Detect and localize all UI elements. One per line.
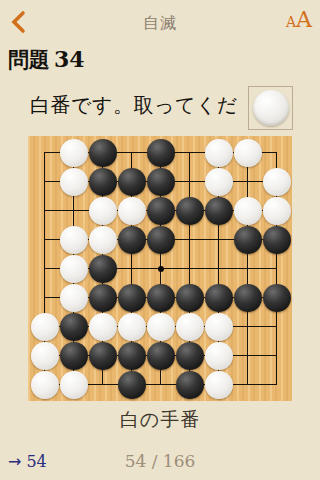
- intersection-r8c4[interactable]: [146, 370, 175, 399]
- intersection-r0c8[interactable]: [262, 138, 291, 167]
- intersection-r3c6[interactable]: [204, 225, 233, 254]
- black-stone: [89, 255, 117, 283]
- black-stone: [234, 226, 262, 254]
- intersection-r2c0[interactable]: [30, 196, 59, 225]
- intersection-r1c1[interactable]: [59, 167, 88, 196]
- black-stone: [176, 197, 204, 225]
- intersection-r2c1[interactable]: [59, 196, 88, 225]
- intersection-r7c8[interactable]: [262, 341, 291, 370]
- problem-heading: 問題34: [8, 46, 85, 74]
- intersection-r4c2[interactable]: [88, 254, 117, 283]
- white-stone: [89, 226, 117, 254]
- intersection-r8c6[interactable]: [204, 370, 233, 399]
- intersection-r7c1[interactable]: [59, 341, 88, 370]
- white-stone: [205, 342, 233, 370]
- intersection-r4c8[interactable]: [262, 254, 291, 283]
- white-stone: [205, 313, 233, 341]
- intersection-r4c1[interactable]: [59, 254, 88, 283]
- intersection-r4c0[interactable]: [30, 254, 59, 283]
- intersection-r0c1[interactable]: [59, 138, 88, 167]
- white-stone: [176, 313, 204, 341]
- black-stone: [234, 284, 262, 312]
- intersection-r6c3[interactable]: [117, 312, 146, 341]
- intersection-r6c5[interactable]: [175, 312, 204, 341]
- intersection-r5c8[interactable]: [262, 283, 291, 312]
- intersection-r0c2[interactable]: [88, 138, 117, 167]
- intersection-r7c5[interactable]: [175, 341, 204, 370]
- white-stone: [118, 313, 146, 341]
- white-stone: [205, 371, 233, 399]
- black-stone: [118, 371, 146, 399]
- white-stone: [31, 313, 59, 341]
- intersection-r2c2[interactable]: [88, 196, 117, 225]
- intersection-r5c0[interactable]: [30, 283, 59, 312]
- black-stone: [118, 226, 146, 254]
- black-stone: [205, 197, 233, 225]
- intersection-r5c3[interactable]: [117, 283, 146, 312]
- white-stone: [60, 168, 88, 196]
- font-size-small-a: A: [286, 14, 296, 30]
- font-size-large-a: A: [296, 7, 312, 32]
- white-stone: [89, 313, 117, 341]
- black-stone: [60, 342, 88, 370]
- problem-label: 問題: [8, 48, 50, 72]
- page-title: 自滅: [0, 13, 320, 34]
- intersection-r1c8[interactable]: [262, 167, 291, 196]
- screen: 自滅 AA 問題34 白番です。取ってくだ 白の手番 →54 54 / 166: [0, 0, 320, 480]
- intersection-r3c2[interactable]: [88, 225, 117, 254]
- white-stone: [234, 139, 262, 167]
- white-stone: [60, 371, 88, 399]
- black-stone: [118, 284, 146, 312]
- intersection-r7c3[interactable]: [117, 341, 146, 370]
- intersection-r8c0[interactable]: [30, 370, 59, 399]
- intersection-r8c8[interactable]: [262, 370, 291, 399]
- intersection-r4c3[interactable]: [117, 254, 146, 283]
- intersection-r2c3[interactable]: [117, 196, 146, 225]
- go-board-grid: [30, 138, 291, 399]
- intersection-r3c1[interactable]: [59, 225, 88, 254]
- intersection-r7c4[interactable]: [146, 341, 175, 370]
- intersection-r4c7[interactable]: [233, 254, 262, 283]
- white-stone: [205, 139, 233, 167]
- intersection-r3c8[interactable]: [262, 225, 291, 254]
- intersection-r7c2[interactable]: [88, 341, 117, 370]
- turn-caption: 白の手番: [0, 407, 320, 433]
- black-stone: [263, 284, 291, 312]
- intersection-r6c6[interactable]: [204, 312, 233, 341]
- intersection-r3c4[interactable]: [146, 225, 175, 254]
- black-stone: [147, 284, 175, 312]
- intersection-r1c3[interactable]: [117, 167, 146, 196]
- white-stone: [263, 197, 291, 225]
- intersection-r2c4[interactable]: [146, 196, 175, 225]
- black-stone: [118, 168, 146, 196]
- intersection-r8c7[interactable]: [233, 370, 262, 399]
- intersection-r2c7[interactable]: [233, 196, 262, 225]
- intersection-r1c0[interactable]: [30, 167, 59, 196]
- intersection-r1c7[interactable]: [233, 167, 262, 196]
- black-stone: [147, 168, 175, 196]
- intersection-r3c7[interactable]: [233, 225, 262, 254]
- black-stone: [176, 342, 204, 370]
- navbar: 自滅 AA: [0, 0, 320, 42]
- problem-number: 34: [54, 46, 85, 72]
- intersection-r3c0[interactable]: [30, 225, 59, 254]
- black-stone: [176, 371, 204, 399]
- white-stone: [60, 255, 88, 283]
- intersection-r0c6[interactable]: [204, 138, 233, 167]
- black-stone: [118, 342, 146, 370]
- intersection-r0c5[interactable]: [175, 138, 204, 167]
- intersection-r6c7[interactable]: [233, 312, 262, 341]
- intersection-r4c5[interactable]: [175, 254, 204, 283]
- intersection-r5c4[interactable]: [146, 283, 175, 312]
- white-stone: [60, 139, 88, 167]
- intersection-r2c6[interactable]: [204, 196, 233, 225]
- white-stone: [31, 371, 59, 399]
- intersection-r0c4[interactable]: [146, 138, 175, 167]
- white-stone: [118, 197, 146, 225]
- black-stone: [147, 226, 175, 254]
- intersection-r6c8[interactable]: [262, 312, 291, 341]
- turn-indicator-box: [248, 86, 293, 130]
- white-stone: [263, 168, 291, 196]
- intersection-r8c5[interactable]: [175, 370, 204, 399]
- intersection-r8c3[interactable]: [117, 370, 146, 399]
- intersection-r4c4[interactable]: [146, 254, 175, 283]
- intersection-r6c2[interactable]: [88, 312, 117, 341]
- black-stone: [89, 139, 117, 167]
- white-stone: [234, 197, 262, 225]
- intersection-r5c5[interactable]: [175, 283, 204, 312]
- black-stone: [89, 342, 117, 370]
- intersection-r5c1[interactable]: [59, 283, 88, 312]
- black-stone: [263, 226, 291, 254]
- intersection-r3c5[interactable]: [175, 225, 204, 254]
- intersection-r7c7[interactable]: [233, 341, 262, 370]
- problem-progress: 54 / 166: [0, 451, 320, 471]
- intersection-r8c2[interactable]: [88, 370, 117, 399]
- black-stone: [147, 197, 175, 225]
- intersection-r0c7[interactable]: [233, 138, 262, 167]
- black-stone: [205, 284, 233, 312]
- intersection-r5c2[interactable]: [88, 283, 117, 312]
- white-stone-icon: [253, 90, 289, 126]
- intersection-r1c2[interactable]: [88, 167, 117, 196]
- intersection-r6c0[interactable]: [30, 312, 59, 341]
- intersection-r6c1[interactable]: [59, 312, 88, 341]
- black-stone: [89, 168, 117, 196]
- white-stone: [89, 197, 117, 225]
- black-stone: [60, 313, 88, 341]
- intersection-r2c5[interactable]: [175, 196, 204, 225]
- instruction-text: 白番です。取ってくだ: [30, 92, 238, 119]
- black-stone: [89, 284, 117, 312]
- intersection-r5c7[interactable]: [233, 283, 262, 312]
- intersection-r4c6[interactable]: [204, 254, 233, 283]
- intersection-r5c6[interactable]: [204, 283, 233, 312]
- black-stone: [147, 139, 175, 167]
- intersection-r0c3[interactable]: [117, 138, 146, 167]
- white-stone: [31, 342, 59, 370]
- intersection-r8c1[interactable]: [59, 370, 88, 399]
- white-stone: [147, 313, 175, 341]
- intersection-r3c3[interactable]: [117, 225, 146, 254]
- white-stone: [205, 168, 233, 196]
- intersection-r1c5[interactable]: [175, 167, 204, 196]
- intersection-r6c4[interactable]: [146, 312, 175, 341]
- footer-bar: →54 54 / 166: [0, 448, 320, 480]
- star-point: [158, 266, 164, 272]
- white-stone: [60, 226, 88, 254]
- intersection-r2c8[interactable]: [262, 196, 291, 225]
- black-stone: [176, 284, 204, 312]
- intersection-r1c6[interactable]: [204, 167, 233, 196]
- font-size-button[interactable]: AA: [286, 6, 312, 36]
- white-stone: [60, 284, 88, 312]
- intersection-r7c0[interactable]: [30, 341, 59, 370]
- black-stone: [147, 342, 175, 370]
- intersection-r0c0[interactable]: [30, 138, 59, 167]
- intersection-r7c6[interactable]: [204, 341, 233, 370]
- go-board: [28, 136, 292, 401]
- intersection-r1c4[interactable]: [146, 167, 175, 196]
